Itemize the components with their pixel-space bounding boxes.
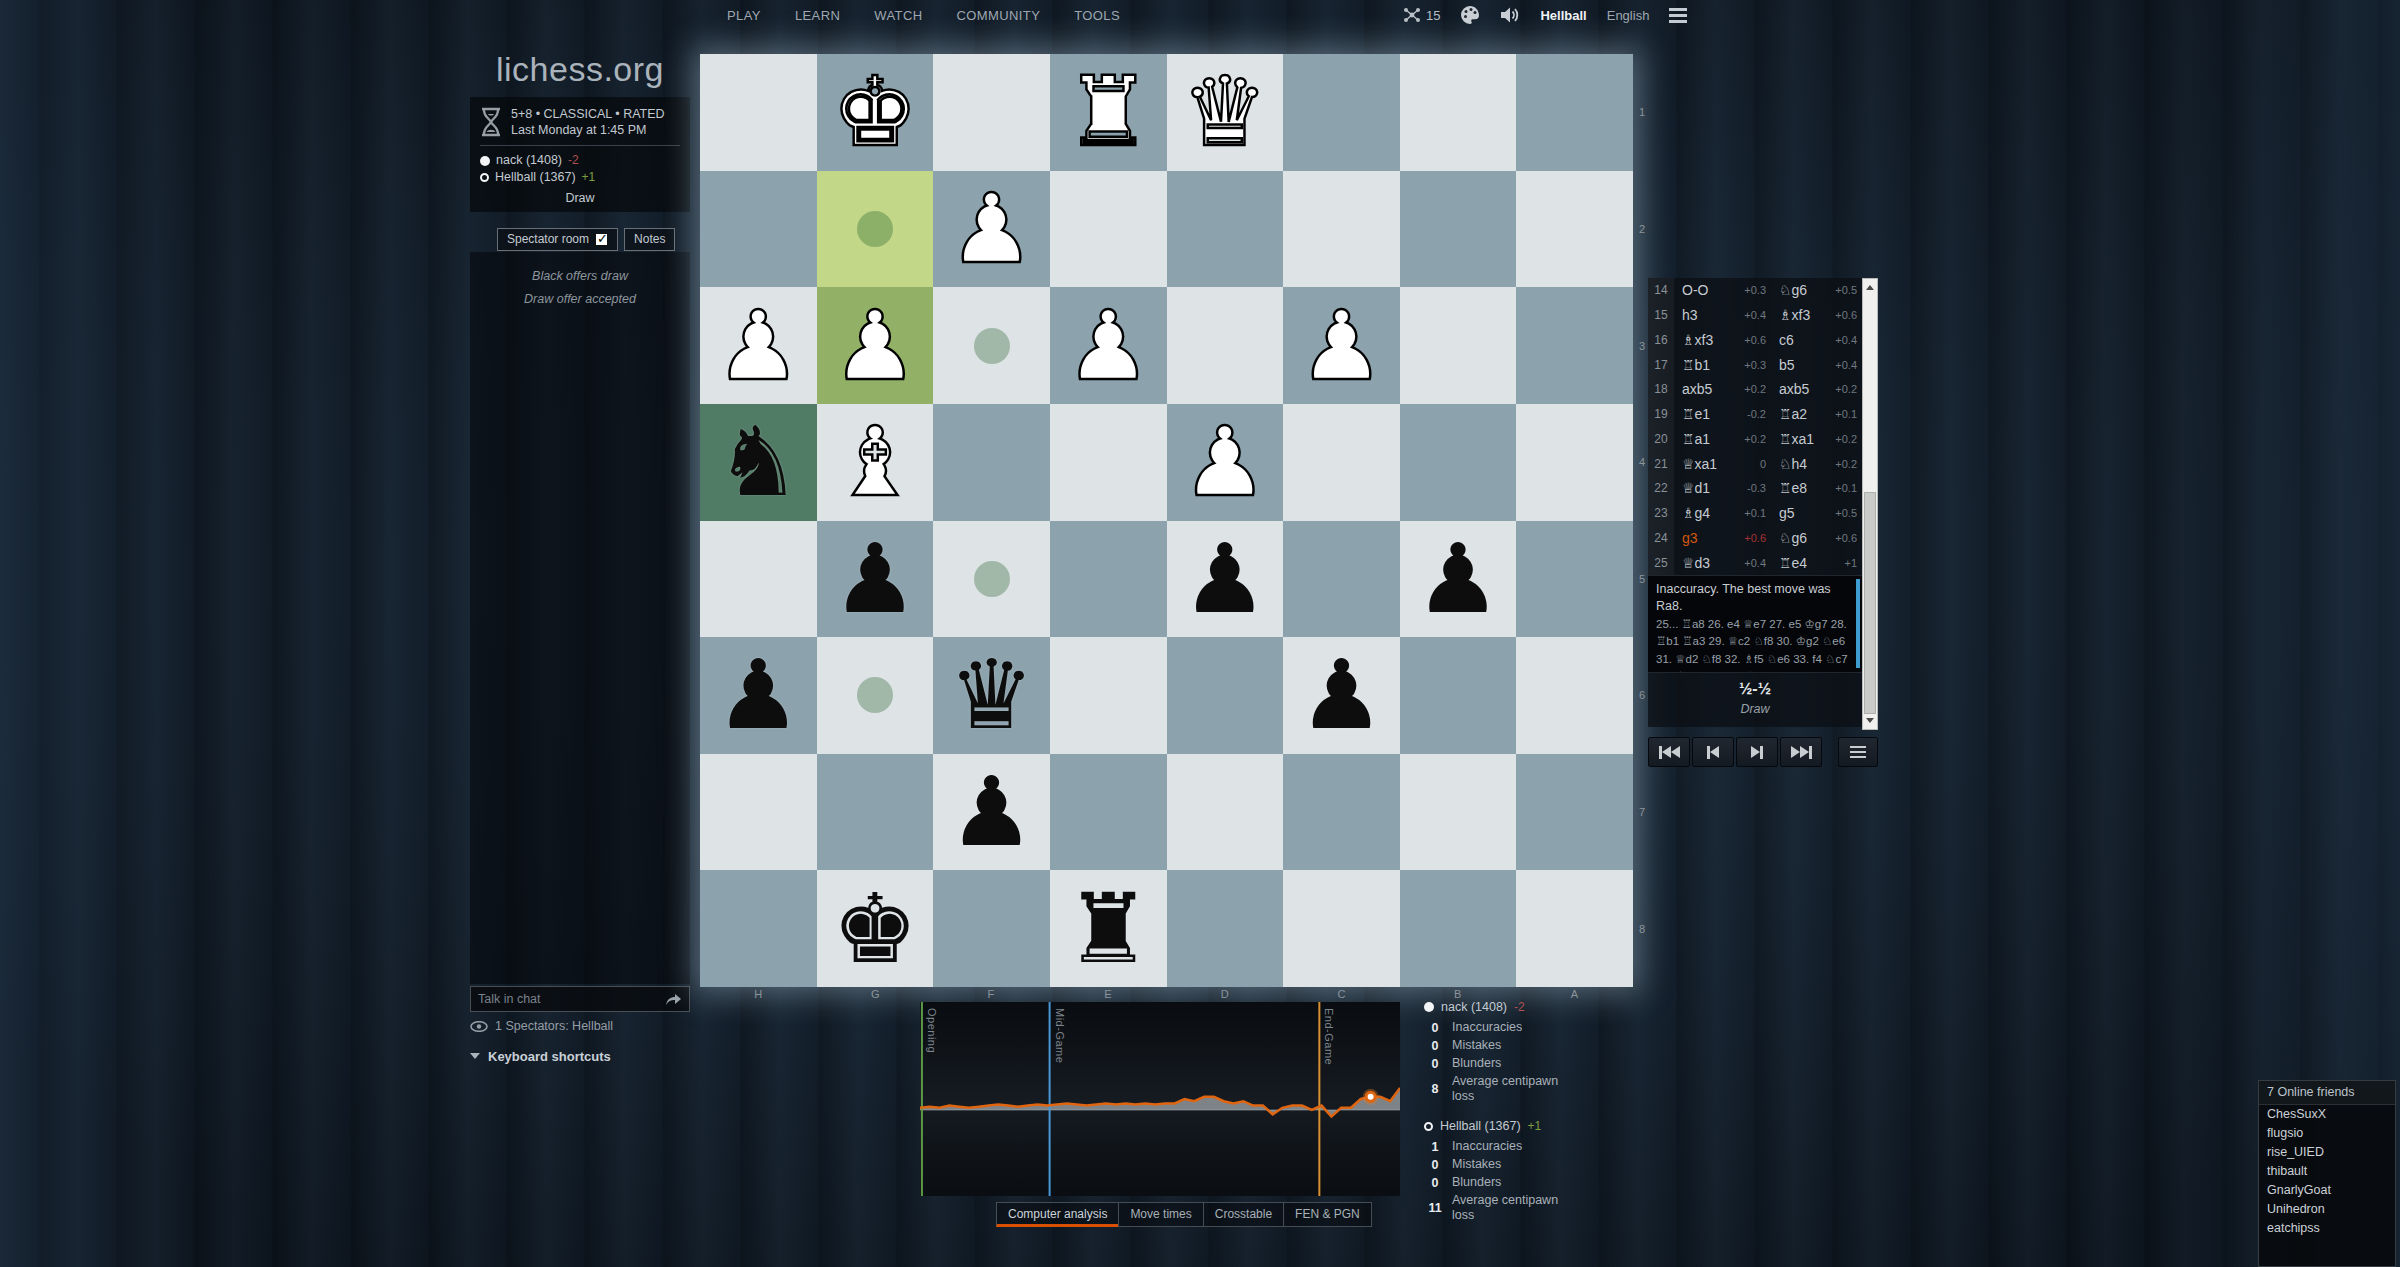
tab-crosstable[interactable]: Crosstable [1203, 1202, 1284, 1227]
next-move-button[interactable] [1736, 737, 1778, 767]
square-f7[interactable]: ♟ [933, 754, 1050, 871]
square-f6[interactable]: ♛ [933, 637, 1050, 754]
move-row-15: 15h3+0.4♗xf3+0.6 [1648, 303, 1862, 328]
stats-rating-delta: +1 [1528, 1119, 1542, 1133]
online-friends-box: 7 Online friends ChesSuxXflugsiorise_UIE… [2258, 1080, 2396, 1267]
square-e3[interactable]: ♟ [1050, 287, 1167, 404]
move-list-panel: 14O-O+0.3♘g6+0.515h3+0.4♗xf3+0.616♗xf3+0… [1648, 278, 1862, 727]
black-pawn[interactable]: ♟ [1298, 647, 1384, 743]
square-a8[interactable] [1516, 870, 1633, 987]
next-move-button-icon [1751, 746, 1760, 758]
square-c3[interactable]: ♟ [1283, 287, 1400, 404]
square-g1[interactable]: ♚ [817, 54, 934, 171]
move-dest-dot[interactable] [857, 677, 893, 713]
language-selector[interactable]: English [1607, 8, 1650, 23]
rank-label-5: 5 [1639, 573, 1645, 585]
move-row-17: 17♖b1+0.3b5+0.4 [1648, 352, 1862, 377]
stats-row: 11Average centipawn loss [1424, 1193, 1599, 1223]
square-f2[interactable]: ♟ [933, 171, 1050, 288]
page: PLAYLEARNWATCHCOMMUNITYTOOLS 15 [0, 0, 2400, 1267]
white-pawn[interactable]: ♟ [1298, 298, 1384, 394]
hamburger-menu-icon[interactable] [1669, 8, 1687, 23]
rank-label-1: 1 [1639, 106, 1645, 118]
square-h2[interactable] [700, 171, 817, 288]
square-d5[interactable]: ♟ [1167, 521, 1284, 638]
white-move[interactable]: ♕d3 [1674, 555, 1731, 571]
first-move-button-icon [1671, 746, 1680, 758]
black-eval: +0.5 [1827, 507, 1862, 519]
scroll-down-button[interactable] [1863, 714, 1877, 729]
square-d3[interactable] [1167, 287, 1284, 404]
rank-label-6: 6 [1639, 689, 1645, 701]
keyboard-shortcuts-label: Keyboard shortcuts [488, 1049, 611, 1064]
result-box: ½-½ Draw [1648, 672, 1862, 727]
white-eval: 0 [1731, 458, 1771, 470]
square-h3[interactable]: ♟ [700, 287, 817, 404]
white-queen[interactable]: ♛ [1182, 64, 1268, 160]
file-label-C: C [1337, 988, 1345, 1000]
black-eval: +0.5 [1827, 284, 1862, 296]
square-e7[interactable] [1050, 754, 1167, 871]
file-label-H: H [754, 988, 762, 1000]
black-rook[interactable]: ♜ [1065, 881, 1151, 977]
move-nav-buttons [1648, 737, 1822, 767]
last-move-button-icon [1809, 746, 1812, 759]
move-row-21: 21♕xa10♘h4+0.2 [1648, 451, 1862, 476]
file-label-F: F [988, 988, 995, 1000]
white-eval: -0.3 [1731, 482, 1771, 494]
square-h4[interactable]: ♞ [700, 404, 817, 521]
stats-row: 0Mistakes [1424, 1038, 1599, 1053]
stats-row: 8Average centipawn loss [1424, 1074, 1599, 1104]
move-number: 24 [1648, 526, 1674, 551]
black-pawn[interactable]: ♟ [1415, 531, 1501, 627]
stats-label: Average centipawn loss [1452, 1074, 1562, 1104]
black-move[interactable]: ♘h4 [1771, 456, 1827, 472]
file-label-B: B [1454, 988, 1461, 1000]
rank-label-4: 4 [1639, 456, 1645, 468]
analysis-comment: Inaccuracy. The best move was Ra8. 25...… [1648, 575, 1862, 672]
black-eval: +0.2 [1827, 383, 1862, 395]
send-icon[interactable] [665, 993, 682, 1006]
phase-label-mid-game: Mid-Game [1054, 1008, 1066, 1063]
move-dest-dot[interactable] [974, 561, 1010, 597]
square-a2[interactable] [1516, 171, 1633, 288]
analysis-tabs: Computer analysisMove timesCrosstableFEN… [997, 1202, 1372, 1227]
move-row-22: 22♕d1-0.3♖e8+0.1 [1648, 476, 1862, 501]
tab-spectator-room[interactable]: Spectator room [497, 228, 618, 251]
collapse-triangle-icon [470, 1053, 480, 1064]
scrollbar-thumb[interactable] [1864, 492, 1876, 714]
stats-row: 0Inaccuracies [1424, 1020, 1599, 1035]
move-number: 19 [1648, 402, 1674, 427]
move-number: 16 [1648, 328, 1674, 353]
move-number: 23 [1648, 501, 1674, 526]
friend-item[interactable]: rise_UIED [2259, 1143, 2395, 1162]
black-player-line[interactable]: Hellball (1367) +1 [480, 169, 680, 186]
square-b7[interactable] [1400, 754, 1517, 871]
white-player-line[interactable]: nack (1408) -2 [480, 152, 680, 169]
black-move[interactable]: axb5 [1771, 381, 1827, 397]
move-number: 14 [1648, 278, 1674, 303]
black-ring-icon [1424, 1122, 1433, 1131]
chat-tabs: Spectator room Notes [497, 228, 675, 251]
move-number: 18 [1648, 377, 1674, 402]
tab-notes-label: Notes [634, 232, 665, 246]
white-rating-delta: -2 [568, 152, 579, 169]
top-nav-right: 15 Hellball English [1403, 0, 1687, 30]
board: ♚♜♛♟♟♟♟♟♞♝♟♟♟♟♟♛♟♟♚♜ [700, 54, 1633, 987]
move-row-24: 24g3+0.6♘g6+0.6 [1648, 526, 1862, 551]
white-eval: +0.4 [1731, 557, 1771, 569]
comment-title: Inaccuracy. The best move was Ra8. [1656, 581, 1850, 615]
stats-player-name[interactable]: Hellball (1367) [1440, 1119, 1521, 1133]
chat-input-placeholder: Talk in chat [478, 992, 541, 1006]
white-pawn[interactable]: ♟ [1182, 414, 1268, 510]
black-move[interactable]: ♖a2 [1771, 406, 1827, 422]
white-eval: +0.1 [1731, 507, 1771, 519]
white-eval: +0.6 [1731, 532, 1771, 544]
square-e2[interactable] [1050, 171, 1167, 288]
square-g3[interactable]: ♟ [817, 287, 934, 404]
white-eval: +0.3 [1731, 359, 1771, 371]
white-pawn[interactable]: ♟ [715, 298, 801, 394]
black-eval: +1 [1827, 557, 1862, 569]
white-move[interactable]: g3 [1674, 530, 1731, 546]
black-move[interactable]: b5 [1771, 357, 1827, 373]
white-eval: +0.3 [1731, 284, 1771, 296]
menu-icon [1850, 746, 1866, 759]
black-move[interactable]: ♖xa1 [1771, 431, 1827, 447]
stats-player-name[interactable]: nack (1408) [1441, 1000, 1507, 1014]
result-verdict: Draw [1648, 702, 1862, 716]
black-pawn[interactable]: ♟ [832, 531, 918, 627]
last-move-button[interactable] [1780, 737, 1822, 767]
black-eval: +0.4 [1827, 334, 1862, 346]
sound-icon[interactable] [1500, 6, 1520, 24]
nav-item-tools[interactable]: TOOLS [1074, 8, 1120, 23]
stats-count: 1 [1424, 1140, 1446, 1154]
move-row-20: 20♖a1+0.2♖xa1+0.2 [1648, 427, 1862, 452]
white-disc-icon [1424, 1002, 1434, 1012]
stats-row: 0Mistakes [1424, 1157, 1599, 1172]
previous-move-button-icon [1710, 746, 1719, 758]
move-number: 25 [1648, 550, 1674, 575]
black-player-icon [480, 173, 489, 182]
square-d1[interactable]: ♛ [1167, 54, 1284, 171]
challenges-indicator[interactable]: 15 [1403, 7, 1440, 23]
phase-label-end-game: End-Game [1323, 1008, 1335, 1065]
rank-label-7: 7 [1639, 806, 1645, 818]
black-move[interactable]: ♖e8 [1771, 480, 1827, 496]
move-list: 14O-O+0.3♘g6+0.515h3+0.4♗xf3+0.616♗xf3+0… [1648, 278, 1862, 575]
black-move[interactable]: ♖e4 [1771, 555, 1827, 571]
rank-label-8: 8 [1639, 923, 1645, 935]
square-c8[interactable] [1283, 870, 1400, 987]
square-f1[interactable] [933, 54, 1050, 171]
black-move[interactable]: c6 [1771, 332, 1827, 348]
divider [480, 145, 680, 146]
square-c4[interactable] [1283, 404, 1400, 521]
friend-item[interactable]: eatchipss [2259, 1219, 2395, 1238]
tab-move-times[interactable]: Move times [1118, 1202, 1203, 1227]
black-eval: +0.1 [1827, 408, 1862, 420]
white-pawn[interactable]: ♟ [1065, 298, 1151, 394]
friend-item[interactable]: Unihedron [2259, 1200, 2395, 1219]
square-h8[interactable] [700, 870, 817, 987]
stats-row: 0Blunders [1424, 1056, 1599, 1071]
black-rating-delta: +1 [582, 169, 596, 186]
stats-group: nack (1408)-20Inaccuracies0Mistakes0Blun… [1424, 1000, 1599, 1104]
stats-row: 0Blunders [1424, 1175, 1599, 1190]
white-player-icon [480, 156, 490, 166]
square-h5[interactable] [700, 521, 817, 638]
square-c1[interactable] [1283, 54, 1400, 171]
square-a6[interactable] [1516, 637, 1633, 754]
last-move-button-icon [1791, 746, 1800, 758]
stats-count: 0 [1424, 1158, 1446, 1172]
square-b3[interactable] [1400, 287, 1517, 404]
move-dest-dot[interactable] [857, 211, 893, 247]
spectators-line: 1 Spectators: Hellball [470, 1019, 613, 1033]
black-knight[interactable]: ♞ [715, 414, 801, 510]
tab-fen-pgn[interactable]: FEN & PGN [1283, 1202, 1372, 1227]
chat-panel: Black offers draw Draw offer accepted [470, 252, 690, 984]
square-h1[interactable] [700, 54, 817, 171]
white-move[interactable]: ♕d1 [1674, 480, 1731, 496]
square-d7[interactable] [1167, 754, 1284, 871]
eye-icon [470, 1021, 488, 1032]
move-row-18: 18axb5+0.2axb5+0.2 [1648, 377, 1862, 402]
square-b1[interactable] [1400, 54, 1517, 171]
square-g6[interactable] [817, 637, 934, 754]
comment-scrollbar[interactable] [1856, 579, 1860, 668]
square-e5[interactable] [1050, 521, 1167, 638]
game-result-label: Draw [480, 191, 680, 205]
game-info-box: 5+8 • CLASSICAL • RATED Last Monday at 1… [470, 97, 690, 212]
move-row-23: 23♗g4+0.1g5+0.5 [1648, 501, 1862, 526]
nav-item-learn[interactable]: LEARN [795, 8, 840, 23]
clock-hourglass-icon [480, 107, 502, 137]
move-row-16: 16♗xf3+0.6c6+0.4 [1648, 328, 1862, 353]
tab-notes[interactable]: Notes [624, 228, 675, 251]
black-queen[interactable]: ♛ [949, 647, 1035, 743]
nav-item-community[interactable]: COMMUNITY [956, 8, 1040, 23]
square-c7[interactable] [1283, 754, 1400, 871]
white-pawn[interactable]: ♟ [949, 181, 1035, 277]
stats-group: Hellball (1367)+11Inaccuracies0Mistakes0… [1424, 1119, 1599, 1223]
square-a1[interactable] [1516, 54, 1633, 171]
square-d6[interactable] [1167, 637, 1284, 754]
stats-count: 0 [1424, 1176, 1446, 1190]
top-nav: PLAYLEARNWATCHCOMMUNITYTOOLS [727, 0, 1120, 30]
square-e1[interactable]: ♜ [1050, 54, 1167, 171]
square-f5[interactable] [933, 521, 1050, 638]
stats-label: Blunders [1452, 1175, 1562, 1190]
lichess-logo[interactable]: lichess.org [470, 50, 690, 89]
keyboard-shortcuts-toggle[interactable]: Keyboard shortcuts [470, 1048, 611, 1064]
square-g2[interactable] [817, 171, 934, 288]
file-label-E: E [1104, 988, 1111, 1000]
white-move[interactable]: O-O [1674, 282, 1731, 298]
square-g5[interactable]: ♟ [817, 521, 934, 638]
white-eval: +0.4 [1731, 309, 1771, 321]
square-e8[interactable]: ♜ [1050, 870, 1167, 987]
move-number: 21 [1648, 451, 1674, 476]
black-move[interactable]: ♘g6 [1771, 530, 1827, 546]
black-move[interactable]: ♗xf3 [1771, 307, 1827, 323]
square-b5[interactable]: ♟ [1400, 521, 1517, 638]
white-move[interactable]: axb5 [1674, 381, 1731, 397]
stats-label: Mistakes [1452, 1157, 1562, 1172]
black-eval: +0.2 [1827, 433, 1862, 445]
accuracy-stats: nack (1408)-20Inaccuracies0Mistakes0Blun… [1424, 1000, 1599, 1238]
black-eval: +0.6 [1827, 532, 1862, 544]
move-number: 15 [1648, 303, 1674, 328]
white-rook[interactable]: ♜ [1065, 64, 1151, 160]
theme-palette-icon[interactable] [1460, 5, 1480, 25]
stats-label: Inaccuracies [1452, 1020, 1562, 1035]
first-move-button[interactable] [1648, 737, 1690, 767]
square-h7[interactable] [700, 754, 817, 871]
square-b4[interactable] [1400, 404, 1517, 521]
stats-label: Mistakes [1452, 1038, 1562, 1053]
black-move[interactable]: g5 [1771, 505, 1827, 521]
white-player-name: nack (1408) [496, 152, 562, 169]
black-eval: +0.1 [1827, 482, 1862, 494]
black-move[interactable]: ♘g6 [1771, 282, 1827, 298]
white-eval: +0.2 [1731, 383, 1771, 395]
black-eval: +0.6 [1827, 309, 1862, 321]
black-pawn[interactable]: ♟ [1182, 531, 1268, 627]
spectator-room-checkbox[interactable] [595, 233, 608, 246]
nav-item-watch[interactable]: WATCH [874, 8, 922, 23]
challenges-count: 15 [1426, 8, 1440, 23]
square-a7[interactable] [1516, 754, 1633, 871]
square-e4[interactable] [1050, 404, 1167, 521]
tab-spectator-room-label: Spectator room [507, 232, 589, 246]
square-f8[interactable] [933, 870, 1050, 987]
square-g4[interactable]: ♝ [817, 404, 934, 521]
black-eval: +0.2 [1827, 458, 1862, 470]
file-label-D: D [1221, 988, 1229, 1000]
white-eval: +0.6 [1731, 334, 1771, 346]
stats-count: 0 [1424, 1057, 1446, 1071]
square-g8[interactable]: ♚ [817, 870, 934, 987]
square-c6[interactable]: ♟ [1283, 637, 1400, 754]
analysis-menu-button[interactable] [1838, 737, 1878, 767]
challenges-icon [1403, 7, 1421, 23]
square-e6[interactable] [1050, 637, 1167, 754]
stats-count: 8 [1424, 1082, 1446, 1096]
nav-item-play[interactable]: PLAY [727, 8, 761, 23]
first-move-button-icon [1662, 746, 1671, 758]
white-bishop[interactable]: ♝ [832, 414, 918, 510]
friend-item[interactable]: thibault [2259, 1162, 2395, 1181]
phase-label-opening: Opening [926, 1008, 938, 1053]
move-list-scrollbar[interactable] [1862, 278, 1878, 730]
previous-move-button[interactable] [1692, 737, 1734, 767]
next-move-button-icon [1760, 746, 1763, 759]
white-move[interactable]: ♖b1 [1674, 357, 1731, 373]
spectators-text: 1 Spectators: Hellball [495, 1019, 613, 1033]
stats-row: 1Inaccuracies [1424, 1139, 1599, 1154]
rank-label-2: 2 [1639, 223, 1645, 235]
square-d2[interactable] [1167, 171, 1284, 288]
move-number: 20 [1648, 427, 1674, 452]
square-f3[interactable] [933, 287, 1050, 404]
square-b8[interactable] [1400, 870, 1517, 987]
white-pawn[interactable]: ♟ [832, 298, 918, 394]
game-meta-line2: Last Monday at 1:45 PM [511, 122, 665, 138]
move-row-14: 14O-O+0.3♘g6+0.5 [1648, 278, 1862, 303]
black-king[interactable]: ♚ [832, 881, 918, 977]
online-friends-header[interactable]: 7 Online friends [2259, 1081, 2395, 1105]
square-b2[interactable] [1400, 171, 1517, 288]
white-king[interactable]: ♚ [832, 64, 918, 160]
stats-rating-delta: -2 [1514, 1000, 1525, 1014]
chat-message: Draw offer accepted [470, 288, 690, 311]
chat-message: Black offers draw [470, 265, 690, 288]
white-move[interactable]: ♖e1 [1674, 406, 1731, 422]
rank-label-3: 3 [1639, 340, 1645, 352]
square-d8[interactable] [1167, 870, 1284, 987]
white-move[interactable]: ♗xf3 [1674, 332, 1731, 348]
black-player-name: Hellball (1367) [495, 169, 576, 186]
friend-item[interactable]: flugsio [2259, 1124, 2395, 1143]
square-c2[interactable] [1283, 171, 1400, 288]
stats-count: 11 [1424, 1201, 1446, 1215]
move-dest-dot[interactable] [974, 328, 1010, 364]
square-a5[interactable] [1516, 521, 1633, 638]
result-score: ½-½ [1648, 680, 1862, 698]
stats-count: 0 [1424, 1021, 1446, 1035]
move-number: 22 [1648, 476, 1674, 501]
square-d4[interactable]: ♟ [1167, 404, 1284, 521]
comment-variation[interactable]: 25... ♖a8 26. e4 ♕e7 27. e5 ♔g7 28. ♖b1 … [1656, 616, 1850, 672]
stats-label: Blunders [1452, 1056, 1562, 1071]
game-meta-line1: 5+8 • CLASSICAL • RATED [511, 106, 665, 122]
white-move[interactable]: h3 [1674, 307, 1731, 323]
tab-computer-analysis[interactable]: Computer analysis [996, 1202, 1119, 1227]
white-move[interactable]: ♕xa1 [1674, 456, 1731, 472]
square-b6[interactable] [1400, 637, 1517, 754]
square-c5[interactable] [1283, 521, 1400, 638]
friend-item[interactable]: ChesSuxX [2259, 1105, 2395, 1124]
square-h6[interactable]: ♟ [700, 637, 817, 754]
file-label-A: A [1571, 988, 1578, 1000]
square-a3[interactable] [1516, 287, 1633, 404]
move-row-25: 25♕d3+0.4♖e4+1 [1648, 550, 1862, 575]
black-eval: +0.4 [1827, 359, 1862, 371]
black-pawn[interactable]: ♟ [715, 647, 801, 743]
stats-label: Average centipawn loss [1452, 1193, 1562, 1223]
square-a4[interactable] [1516, 404, 1633, 521]
friend-item[interactable]: GnarlyGoat [2259, 1181, 2395, 1200]
file-label-G: G [871, 988, 880, 1000]
move-number: 17 [1648, 352, 1674, 377]
chat-input[interactable]: Talk in chat [470, 986, 690, 1012]
scroll-up-button[interactable] [1863, 279, 1877, 294]
stats-count: 0 [1424, 1039, 1446, 1053]
white-move[interactable]: ♗g4 [1674, 505, 1731, 521]
square-f4[interactable] [933, 404, 1050, 521]
square-g7[interactable] [817, 754, 934, 871]
black-pawn[interactable]: ♟ [949, 764, 1035, 860]
white-move[interactable]: ♖a1 [1674, 431, 1731, 447]
username[interactable]: Hellball [1540, 8, 1586, 23]
white-eval: +0.2 [1731, 433, 1771, 445]
